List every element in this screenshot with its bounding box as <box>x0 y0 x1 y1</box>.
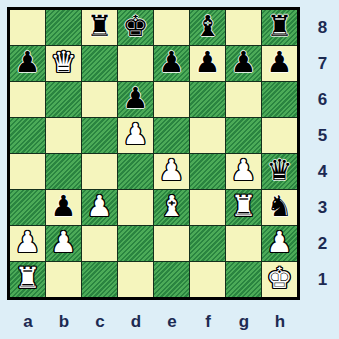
square-h1[interactable]: ♚ <box>262 262 297 297</box>
square-f8[interactable]: ♝ <box>190 10 225 45</box>
square-h3[interactable]: ♞ <box>262 190 297 225</box>
square-d5[interactable]: ♟ <box>118 118 153 153</box>
piece-white-bishop-e3[interactable]: ♝ <box>159 192 185 221</box>
square-e2[interactable] <box>154 226 189 261</box>
square-g4[interactable]: ♟ <box>226 154 261 189</box>
square-b1[interactable] <box>46 262 81 297</box>
piece-white-pawn-d5[interactable]: ♟ <box>123 120 149 149</box>
square-a4[interactable] <box>10 154 45 189</box>
square-e6[interactable] <box>154 82 189 117</box>
square-c6[interactable] <box>82 82 117 117</box>
square-c1[interactable] <box>82 262 117 297</box>
piece-black-queen-h4[interactable]: ♛ <box>267 156 293 185</box>
file-label-e: e <box>154 310 190 334</box>
file-label-h: h <box>262 310 298 334</box>
square-h8[interactable]: ♜ <box>262 10 297 45</box>
piece-black-pawn-b3[interactable]: ♟ <box>51 192 77 221</box>
piece-white-rook-g3[interactable]: ♜ <box>231 192 257 221</box>
square-d4[interactable] <box>118 154 153 189</box>
rank-label-3: 3 <box>309 190 336 226</box>
square-h2[interactable]: ♟ <box>262 226 297 261</box>
square-a1[interactable]: ♜ <box>10 262 45 297</box>
rank-label-2: 2 <box>309 226 336 262</box>
square-a7[interactable]: ♟ <box>10 46 45 81</box>
square-e5[interactable] <box>154 118 189 153</box>
piece-black-bishop-f8[interactable]: ♝ <box>195 12 221 41</box>
rank-label-8: 8 <box>309 10 336 46</box>
piece-white-pawn-b2[interactable]: ♟ <box>51 228 77 257</box>
file-label-b: b <box>46 310 82 334</box>
file-label-a: a <box>10 310 46 334</box>
file-label-c: c <box>82 310 118 334</box>
piece-white-pawn-g4[interactable]: ♟ <box>231 156 257 185</box>
square-d1[interactable] <box>118 262 153 297</box>
rank-label-5: 5 <box>309 118 336 154</box>
square-f1[interactable] <box>190 262 225 297</box>
rank-label-4: 4 <box>309 154 336 190</box>
square-d7[interactable] <box>118 46 153 81</box>
square-d3[interactable] <box>118 190 153 225</box>
square-f5[interactable] <box>190 118 225 153</box>
piece-black-pawn-f7[interactable]: ♟ <box>195 48 221 77</box>
rank-labels: 8 7 6 5 4 3 2 1 <box>309 10 336 298</box>
piece-black-rook-h8[interactable]: ♜ <box>267 12 293 41</box>
square-h6[interactable] <box>262 82 297 117</box>
piece-black-pawn-e7[interactable]: ♟ <box>159 48 185 77</box>
square-b5[interactable] <box>46 118 81 153</box>
piece-white-queen-b7[interactable]: ♛ <box>51 48 77 77</box>
file-label-f: f <box>190 310 226 334</box>
square-b4[interactable] <box>46 154 81 189</box>
piece-white-rook-a1[interactable]: ♜ <box>15 264 41 293</box>
square-g1[interactable] <box>226 262 261 297</box>
square-e3[interactable]: ♝ <box>154 190 189 225</box>
square-h5[interactable] <box>262 118 297 153</box>
square-b3[interactable]: ♟ <box>46 190 81 225</box>
file-label-g: g <box>226 310 262 334</box>
rank-label-7: 7 <box>309 46 336 82</box>
chess-diagram: ♜♚♝♜♟♛♟♟♟♟♟♟♟♟♛♟♟♝♜♞♟♟♟♜♚ a b c d e f g … <box>0 0 339 339</box>
square-d8[interactable]: ♚ <box>118 10 153 45</box>
square-g3[interactable]: ♜ <box>226 190 261 225</box>
square-a2[interactable]: ♟ <box>10 226 45 261</box>
file-labels: a b c d e f g h <box>10 310 298 334</box>
square-g7[interactable]: ♟ <box>226 46 261 81</box>
file-label-d: d <box>118 310 154 334</box>
square-h4[interactable]: ♛ <box>262 154 297 189</box>
piece-black-knight-h3[interactable]: ♞ <box>267 192 293 221</box>
square-a6[interactable] <box>10 82 45 117</box>
square-b8[interactable] <box>46 10 81 45</box>
square-g6[interactable] <box>226 82 261 117</box>
square-h7[interactable]: ♟ <box>262 46 297 81</box>
square-d2[interactable] <box>118 226 153 261</box>
square-d6[interactable]: ♟ <box>118 82 153 117</box>
piece-black-pawn-g7[interactable]: ♟ <box>231 48 257 77</box>
square-a3[interactable] <box>10 190 45 225</box>
piece-black-rook-c8[interactable]: ♜ <box>87 12 113 41</box>
square-f4[interactable] <box>190 154 225 189</box>
square-b6[interactable] <box>46 82 81 117</box>
square-f2[interactable] <box>190 226 225 261</box>
square-c3[interactable]: ♟ <box>82 190 117 225</box>
piece-black-pawn-h7[interactable]: ♟ <box>267 48 293 77</box>
square-c4[interactable] <box>82 154 117 189</box>
square-c8[interactable]: ♜ <box>82 10 117 45</box>
piece-white-pawn-e4[interactable]: ♟ <box>159 156 185 185</box>
piece-white-pawn-h2[interactable]: ♟ <box>267 228 293 257</box>
square-a8[interactable] <box>10 10 45 45</box>
square-e1[interactable] <box>154 262 189 297</box>
square-e7[interactable]: ♟ <box>154 46 189 81</box>
square-c7[interactable] <box>82 46 117 81</box>
square-g5[interactable] <box>226 118 261 153</box>
square-g8[interactable] <box>226 10 261 45</box>
square-f6[interactable] <box>190 82 225 117</box>
square-c2[interactable] <box>82 226 117 261</box>
piece-white-pawn-c3[interactable]: ♟ <box>87 192 113 221</box>
piece-black-pawn-a7[interactable]: ♟ <box>15 48 41 77</box>
rank-label-6: 6 <box>309 82 336 118</box>
chess-board: ♜♚♝♜♟♛♟♟♟♟♟♟♟♟♛♟♟♝♜♞♟♟♟♜♚ <box>7 7 300 300</box>
piece-black-king-d8[interactable]: ♚ <box>123 12 149 41</box>
square-b2[interactable]: ♟ <box>46 226 81 261</box>
rank-label-1: 1 <box>309 262 336 298</box>
piece-white-king-h1[interactable]: ♚ <box>267 264 293 293</box>
square-f7[interactable]: ♟ <box>190 46 225 81</box>
square-b7[interactable]: ♛ <box>46 46 81 81</box>
square-g2[interactable] <box>226 226 261 261</box>
square-a5[interactable] <box>10 118 45 153</box>
square-c5[interactable] <box>82 118 117 153</box>
piece-white-pawn-a2[interactable]: ♟ <box>15 228 41 257</box>
square-e4[interactable]: ♟ <box>154 154 189 189</box>
piece-black-pawn-d6[interactable]: ♟ <box>123 84 149 113</box>
square-e8[interactable] <box>154 10 189 45</box>
square-f3[interactable] <box>190 190 225 225</box>
